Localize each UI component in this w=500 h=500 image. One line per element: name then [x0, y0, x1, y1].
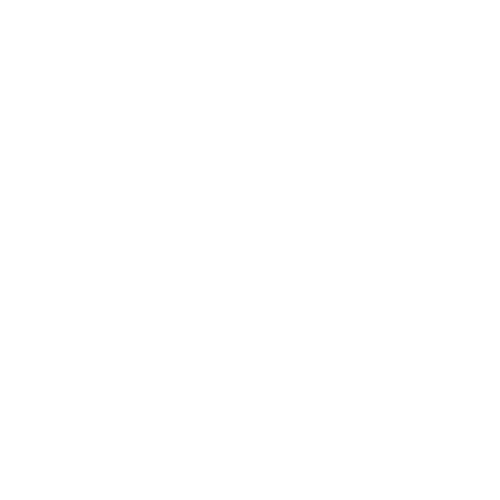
chess-set-photo — [0, 0, 500, 500]
chess-board — [0, 0, 384, 384]
